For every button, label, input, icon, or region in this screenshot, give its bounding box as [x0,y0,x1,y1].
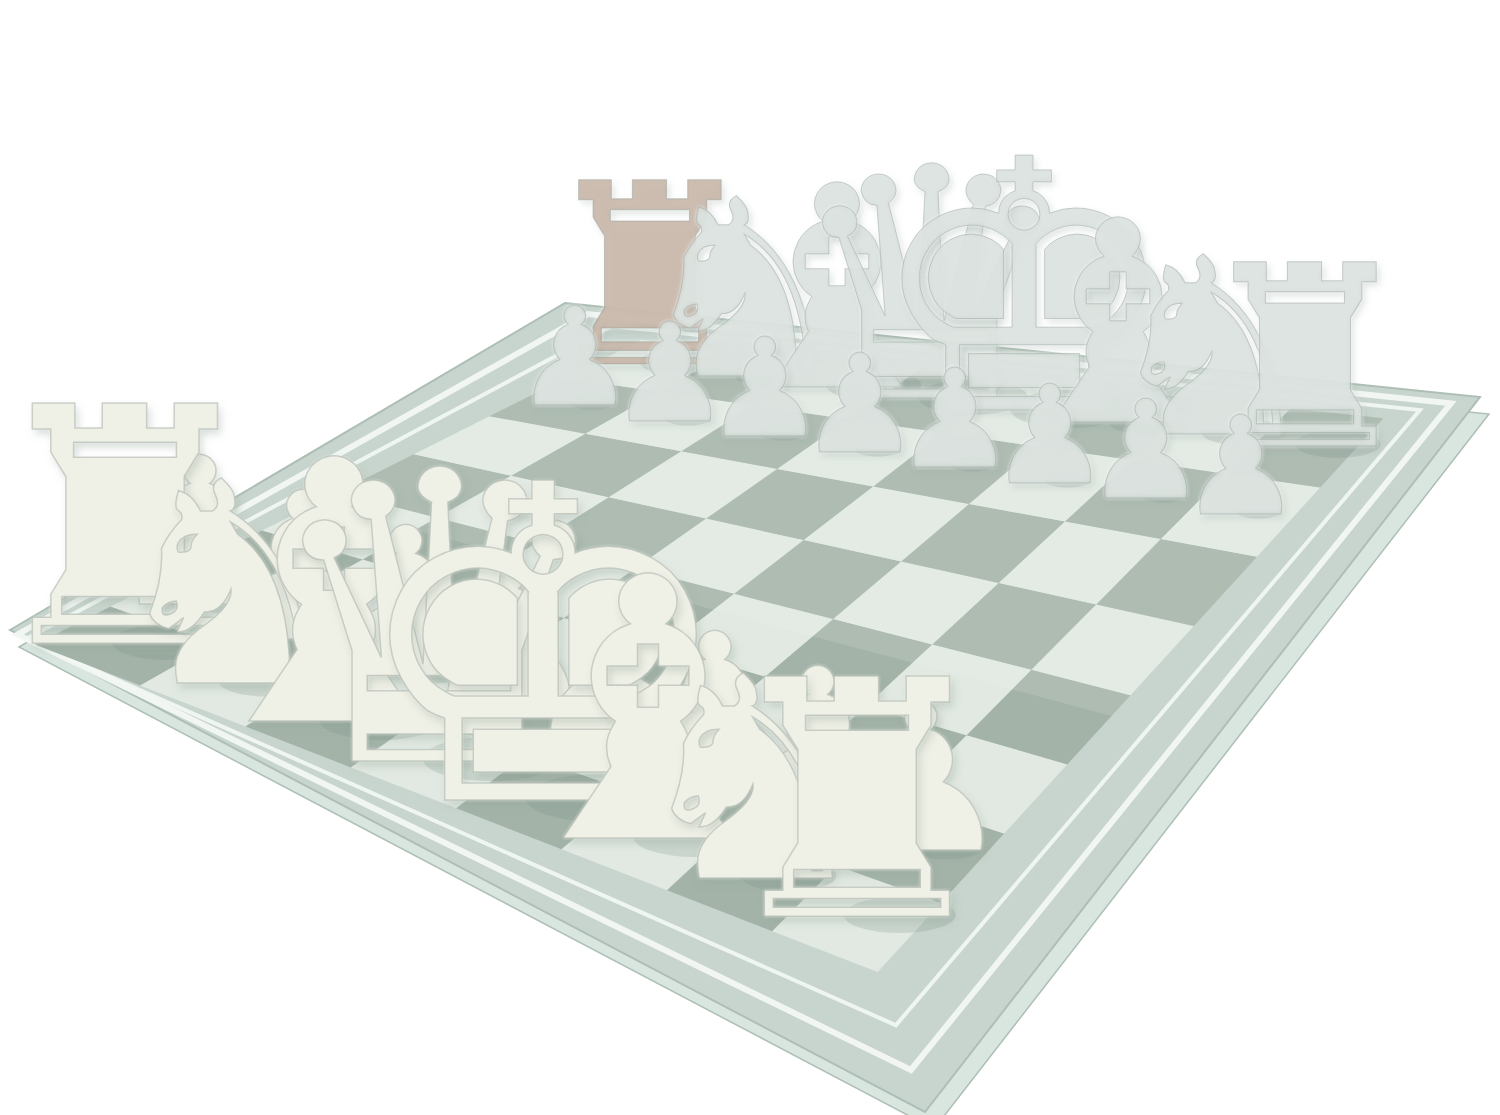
piece-shadow-d2 [501,696,571,719]
piece-shadow-b8 [734,360,818,387]
chess-board [0,0,1500,1115]
piece-shadow-h8 [1295,430,1381,458]
piece-shadow-d1 [423,737,560,781]
piece-shadow-a7 [570,394,617,409]
piece-shadow-d7 [855,441,902,456]
piece-shadow-h7 [1236,503,1283,518]
piece-shadow-c8 [826,370,922,401]
piece-shadow-c7 [760,425,807,440]
piece-shadow-c2 [398,661,468,684]
piece-shadow-a8 [640,348,726,376]
piece-shadow-f7 [1045,472,1092,487]
piece-shadow-b1 [219,666,315,697]
piece-shadow-g7 [1141,487,1188,502]
piece-shadow-h1 [844,897,956,933]
piece-shadow-g1 [741,861,837,892]
piece-shadow-e2 [604,731,674,754]
piece-shadow-e1 [525,774,674,822]
piece-shadow-f8 [1107,405,1203,436]
piece-shadow-f1 [633,817,756,857]
piece-shadow-e7 [950,456,997,471]
piece-shadow-b2 [295,626,365,649]
piece-shadow-f2 [707,767,777,790]
piece-shadow-h2 [913,837,983,860]
piece-shadow-c1 [319,700,442,740]
piece-shadow-g2 [810,802,880,825]
piece-shadow-a1 [112,624,224,660]
glass-chess-set-photo: ♜♞♝♛♚♝♞♜♟♟♟♟♟♟♟♟♟♟♟♟♟♟♟♟♜♞♝♛♚♝♞♜ [0,0,1500,1115]
piece-shadow-b7 [665,410,712,425]
piece-shadow-a2 [192,591,262,614]
piece-shadow-g8 [1201,418,1285,445]
